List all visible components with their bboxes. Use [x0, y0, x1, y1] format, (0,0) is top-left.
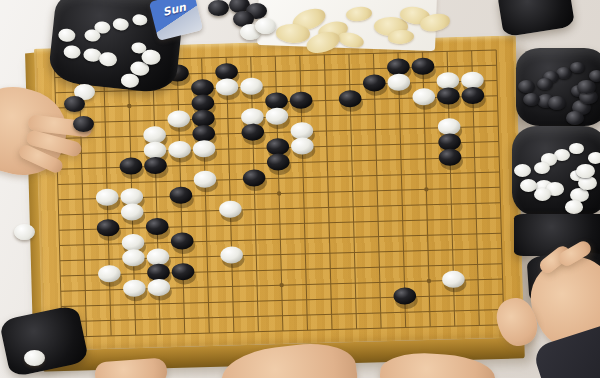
bowl-stone-black: [577, 80, 596, 94]
bowl-stone-white: [132, 14, 148, 27]
bowl-stone-white: [112, 18, 129, 32]
bowl-stone-white: [534, 188, 551, 201]
bowl-stone-white: [569, 143, 584, 154]
bowl-stone-white: [565, 200, 583, 214]
table-stone-white: [255, 18, 276, 34]
table-stone-white: [14, 224, 35, 240]
table-stone-black: [73, 116, 94, 132]
bowl-stone-white: [58, 28, 76, 43]
bowl-stone-black: [537, 78, 553, 90]
bowl-stone-black: [570, 62, 585, 73]
table-stone-white: [24, 350, 45, 366]
bowl-stone-black: [518, 80, 535, 93]
snack-pack-label: Sun: [161, 1, 187, 19]
stones: [92, 56, 491, 318]
bowl-stone-white: [534, 162, 550, 174]
bowl-stone-white: [588, 152, 600, 163]
bowl-stone-black: [566, 111, 584, 125]
bowl-stone-white: [514, 164, 531, 177]
table-stone-black: [64, 96, 85, 112]
bowl-stone-black: [548, 96, 566, 110]
photo-scene: Sun: [0, 0, 600, 378]
bowl-white-stones-right: [512, 126, 600, 216]
bowl-stone-white: [576, 164, 595, 178]
bowl-black-stones-right: [516, 48, 600, 126]
bowl-stone-white: [98, 52, 117, 67]
table-stone-black: [208, 0, 229, 16]
bowl-stone-white: [141, 49, 161, 65]
bowl-stone-white: [63, 44, 81, 59]
